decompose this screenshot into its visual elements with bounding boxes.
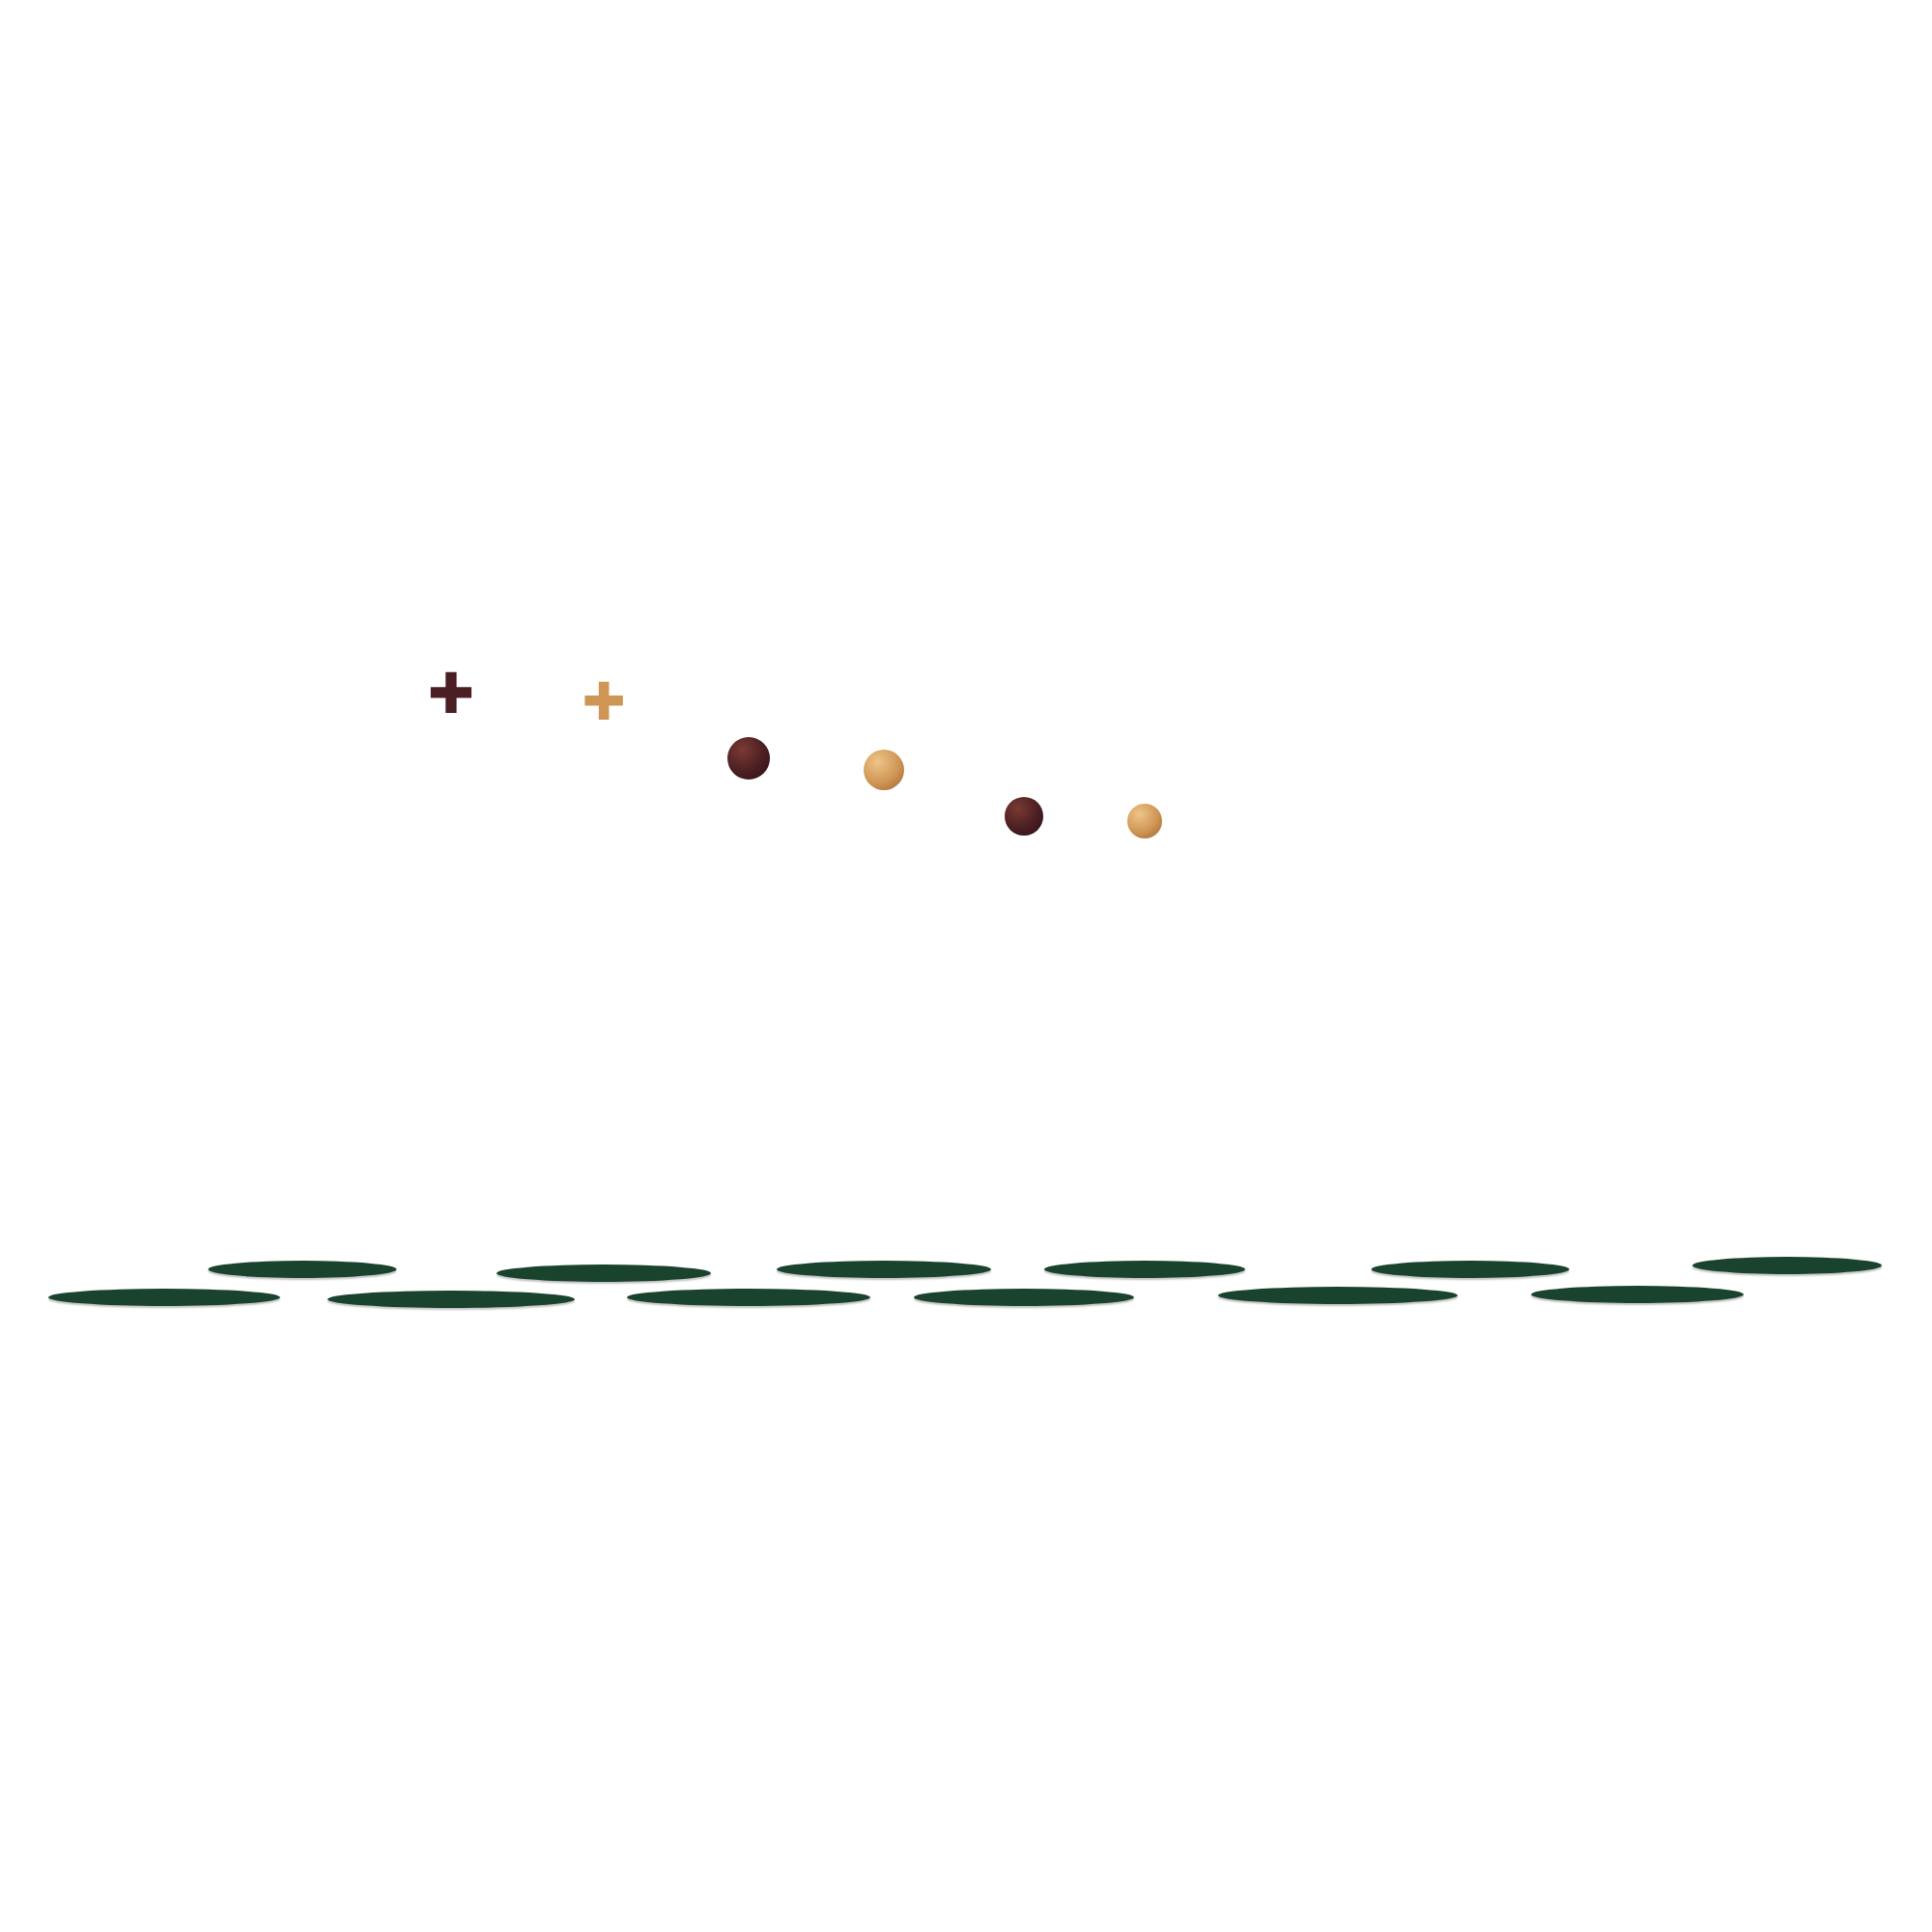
chess-set-photo: ♟ ♚ ✚ ♛ ♝ ♞ ♜ ♟ ♚ ✚ ♛ ♝ bbox=[0, 0, 1932, 1932]
white-king-finial-icon: ✚ bbox=[428, 666, 475, 722]
white-queen-finial-icon bbox=[727, 737, 770, 780]
